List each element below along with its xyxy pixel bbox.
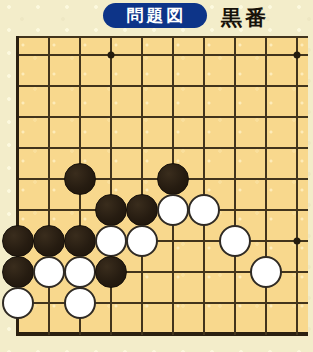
star-point [294, 238, 301, 245]
white-stone [188, 194, 220, 226]
black-stone [95, 194, 127, 226]
star-point [108, 52, 115, 59]
white-stone [126, 225, 158, 257]
grid-line-v [265, 37, 267, 335]
black-stone [2, 225, 34, 257]
white-stone [33, 256, 65, 288]
grid-line-v [203, 37, 205, 335]
grid-line-v [296, 37, 298, 335]
problem-diagram: 問題図 黒番 [0, 0, 313, 352]
black-stone [2, 256, 34, 288]
problem-badge: 問題図 [103, 3, 207, 28]
grid-line-v [48, 37, 50, 335]
black-stone [126, 194, 158, 226]
black-stone [157, 163, 189, 195]
grid-line-v [141, 37, 143, 335]
white-stone [219, 225, 251, 257]
white-stone [64, 256, 96, 288]
white-stone [95, 225, 127, 257]
grid-line-v [110, 37, 112, 335]
black-stone [95, 256, 127, 288]
white-stone [250, 256, 282, 288]
go-board[interactable] [16, 36, 308, 335]
star-point [294, 52, 301, 59]
black-stone [33, 225, 65, 257]
black-stone [64, 163, 96, 195]
white-stone [157, 194, 189, 226]
black-stone [64, 225, 96, 257]
grid-line-v [234, 37, 236, 335]
turn-to-move-label: 黒番 [221, 4, 269, 32]
white-stone [2, 287, 34, 319]
white-stone [64, 287, 96, 319]
